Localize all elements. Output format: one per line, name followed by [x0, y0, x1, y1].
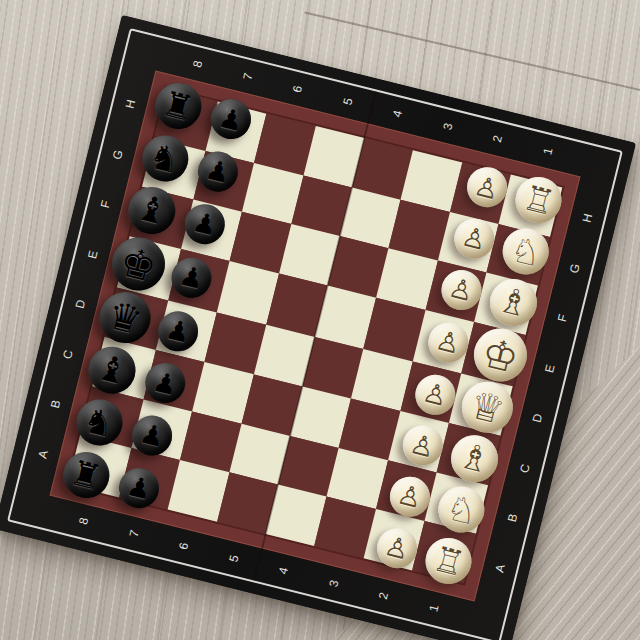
piece-black-rook-a8[interactable]: ♜: [58, 447, 114, 503]
wood-floor: 87654321 87654321 HGFEDCBA HGFEDCBA ♜♟♙♖…: [0, 0, 640, 640]
piece-white-rook-h1[interactable]: ♖: [511, 173, 567, 229]
piece-black-rook-h8[interactable]: ♜: [150, 78, 206, 134]
piece-white-rook-a1[interactable]: ♖: [421, 533, 477, 589]
